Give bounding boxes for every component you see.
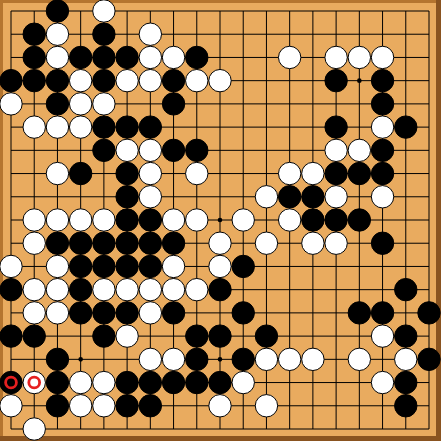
black-stone[interactable] [232,255,254,277]
black-stone[interactable] [46,395,68,417]
white-stone[interactable] [325,139,347,161]
black-stone[interactable] [139,255,161,277]
black-stone[interactable] [46,0,68,22]
black-stone[interactable] [69,302,91,324]
black-stone[interactable] [93,116,115,138]
white-stone[interactable] [93,93,115,115]
white-stone[interactable] [46,162,68,184]
white-stone[interactable] [162,46,184,68]
white-stone[interactable] [255,186,277,208]
black-stone[interactable] [116,46,138,68]
black-stone[interactable] [93,302,115,324]
black-stone[interactable] [93,46,115,68]
black-stone[interactable] [0,325,22,347]
black-stone[interactable] [23,325,45,347]
white-stone[interactable] [46,46,68,68]
black-stone[interactable] [116,395,138,417]
black-stone[interactable] [69,162,91,184]
black-stone[interactable] [116,209,138,231]
black-stone[interactable] [93,232,115,254]
white-stone[interactable] [325,232,347,254]
black-stone[interactable] [93,139,115,161]
white-stone[interactable] [139,278,161,300]
black-stone[interactable] [162,93,184,115]
white-stone[interactable] [23,232,45,254]
white-stone[interactable] [46,255,68,277]
star-point [357,78,362,83]
white-stone[interactable] [139,302,161,324]
white-stone[interactable] [209,232,231,254]
black-stone[interactable] [395,325,417,347]
black-stone[interactable] [162,69,184,91]
black-stone[interactable] [0,69,22,91]
black-stone[interactable] [162,302,184,324]
white-stone[interactable] [325,46,347,68]
white-stone[interactable] [371,371,393,393]
white-stone[interactable] [93,371,115,393]
black-stone[interactable] [23,23,45,45]
black-stone[interactable] [23,46,45,68]
white-stone[interactable] [116,69,138,91]
white-stone[interactable] [46,209,68,231]
star-point [78,357,83,362]
white-stone[interactable] [46,302,68,324]
white-stone[interactable] [162,278,184,300]
star-point [218,357,223,362]
black-stone[interactable] [46,69,68,91]
black-stone[interactable] [69,255,91,277]
black-stone[interactable] [93,255,115,277]
white-stone[interactable] [162,255,184,277]
black-stone[interactable] [0,371,22,393]
black-stone[interactable] [116,186,138,208]
black-stone[interactable] [46,232,68,254]
white-stone[interactable] [93,0,115,22]
white-stone[interactable] [186,209,208,231]
black-stone[interactable] [93,325,115,347]
white-stone[interactable] [46,278,68,300]
white-stone[interactable] [302,348,324,370]
black-stone[interactable] [209,371,231,393]
white-stone[interactable] [255,348,277,370]
white-stone[interactable] [116,325,138,347]
white-stone[interactable] [139,348,161,370]
white-stone[interactable] [255,395,277,417]
black-stone[interactable] [371,139,393,161]
white-stone[interactable] [93,278,115,300]
black-stone[interactable] [232,302,254,324]
white-stone[interactable] [395,348,417,370]
white-stone[interactable] [348,46,370,68]
black-stone[interactable] [162,232,184,254]
black-stone[interactable] [418,302,440,324]
white-stone[interactable] [69,116,91,138]
black-stone[interactable] [162,139,184,161]
white-stone[interactable] [93,395,115,417]
white-stone[interactable] [139,162,161,184]
white-stone[interactable] [23,371,45,393]
black-stone[interactable] [46,93,68,115]
black-stone[interactable] [116,255,138,277]
black-stone[interactable] [348,302,370,324]
black-stone[interactable] [116,162,138,184]
white-stone[interactable] [371,325,393,347]
board-grid-and-stones [0,0,441,441]
white-stone[interactable] [162,348,184,370]
black-stone[interactable] [371,93,393,115]
black-stone[interactable] [116,116,138,138]
white-stone[interactable] [69,395,91,417]
black-stone[interactable] [255,325,277,347]
white-stone[interactable] [23,209,45,231]
white-stone[interactable] [0,93,22,115]
white-stone[interactable] [116,278,138,300]
white-stone[interactable] [255,232,277,254]
white-stone[interactable] [139,46,161,68]
white-stone[interactable] [139,186,161,208]
white-stone[interactable] [116,139,138,161]
go-board [0,0,441,441]
black-stone[interactable] [371,302,393,324]
white-stone[interactable] [302,232,324,254]
black-stone[interactable] [395,116,417,138]
black-stone[interactable] [278,186,300,208]
black-stone[interactable] [325,162,347,184]
black-stone[interactable] [116,302,138,324]
black-stone[interactable] [348,162,370,184]
black-stone[interactable] [418,348,440,370]
black-stone[interactable] [69,232,91,254]
black-stone[interactable] [0,278,22,300]
black-stone[interactable] [186,348,208,370]
white-stone[interactable] [232,371,254,393]
white-stone[interactable] [348,139,370,161]
black-stone[interactable] [93,23,115,45]
black-stone[interactable] [302,186,324,208]
white-stone[interactable] [209,395,231,417]
black-stone[interactable] [69,278,91,300]
white-stone[interactable] [186,69,208,91]
star-point [218,218,223,223]
white-stone[interactable] [186,162,208,184]
white-stone[interactable] [302,162,324,184]
white-stone[interactable] [278,46,300,68]
black-stone[interactable] [371,232,393,254]
white-stone[interactable] [69,209,91,231]
white-stone[interactable] [278,209,300,231]
white-stone[interactable] [0,395,22,417]
white-stone[interactable] [139,139,161,161]
white-stone[interactable] [232,209,254,231]
black-stone[interactable] [93,69,115,91]
black-stone[interactable] [325,209,347,231]
black-stone[interactable] [139,395,161,417]
white-stone[interactable] [139,23,161,45]
white-stone[interactable] [209,69,231,91]
black-stone[interactable] [139,232,161,254]
black-stone[interactable] [302,209,324,231]
white-stone[interactable] [371,186,393,208]
white-stone[interactable] [162,209,184,231]
black-stone[interactable] [395,395,417,417]
black-stone[interactable] [46,348,68,370]
white-stone[interactable] [46,23,68,45]
black-stone[interactable] [186,325,208,347]
black-stone[interactable] [325,69,347,91]
white-stone[interactable] [23,278,45,300]
white-stone[interactable] [371,116,393,138]
black-stone[interactable] [325,116,347,138]
black-stone[interactable] [186,46,208,68]
black-stone[interactable] [162,371,184,393]
black-stone[interactable] [209,278,231,300]
black-stone[interactable] [139,209,161,231]
white-stone[interactable] [23,116,45,138]
black-stone[interactable] [139,371,161,393]
black-stone[interactable] [209,325,231,347]
black-stone[interactable] [116,232,138,254]
white-stone[interactable] [69,371,91,393]
black-stone[interactable] [232,348,254,370]
white-stone[interactable] [186,278,208,300]
white-stone[interactable] [371,46,393,68]
white-stone[interactable] [23,418,45,440]
white-stone[interactable] [23,302,45,324]
white-stone[interactable] [348,348,370,370]
white-stone[interactable] [209,255,231,277]
black-stone[interactable] [23,69,45,91]
black-stone[interactable] [116,371,138,393]
black-stone[interactable] [348,209,370,231]
black-stone[interactable] [371,162,393,184]
black-stone[interactable] [139,116,161,138]
black-stone[interactable] [69,46,91,68]
white-stone[interactable] [139,69,161,91]
white-stone[interactable] [0,255,22,277]
white-stone[interactable] [93,209,115,231]
black-stone[interactable] [46,371,68,393]
white-stone[interactable] [278,348,300,370]
white-stone[interactable] [325,186,347,208]
black-stone[interactable] [186,371,208,393]
black-stone[interactable] [371,69,393,91]
white-stone[interactable] [278,162,300,184]
black-stone[interactable] [186,139,208,161]
black-stone[interactable] [395,371,417,393]
white-stone[interactable] [69,93,91,115]
black-stone[interactable] [395,278,417,300]
white-stone[interactable] [46,116,68,138]
white-stone[interactable] [69,69,91,91]
